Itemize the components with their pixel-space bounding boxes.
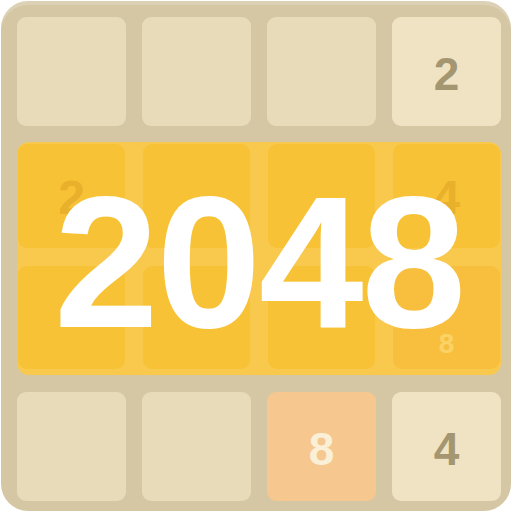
cell-r4c1-empty: [17, 392, 126, 501]
banner-2048: 2 4 8 2048: [17, 142, 501, 375]
banner-title: 2048: [17, 145, 501, 375]
tile-8-value: 8: [309, 426, 335, 472]
tile-8: 8: [267, 392, 376, 501]
cell-r1c2-empty: [142, 17, 251, 126]
tile-4-value: 4: [434, 426, 460, 472]
game-board[interactable]: 2 8 4 2 4 8 2048: [1, 1, 511, 511]
cell-r1c1-empty: [17, 17, 126, 126]
tile-2-value: 2: [434, 51, 460, 97]
tile-2: 2: [392, 17, 501, 126]
tile-4: 4: [392, 392, 501, 501]
cell-r4c2-empty: [142, 392, 251, 501]
cell-r1c3-empty: [267, 17, 376, 126]
